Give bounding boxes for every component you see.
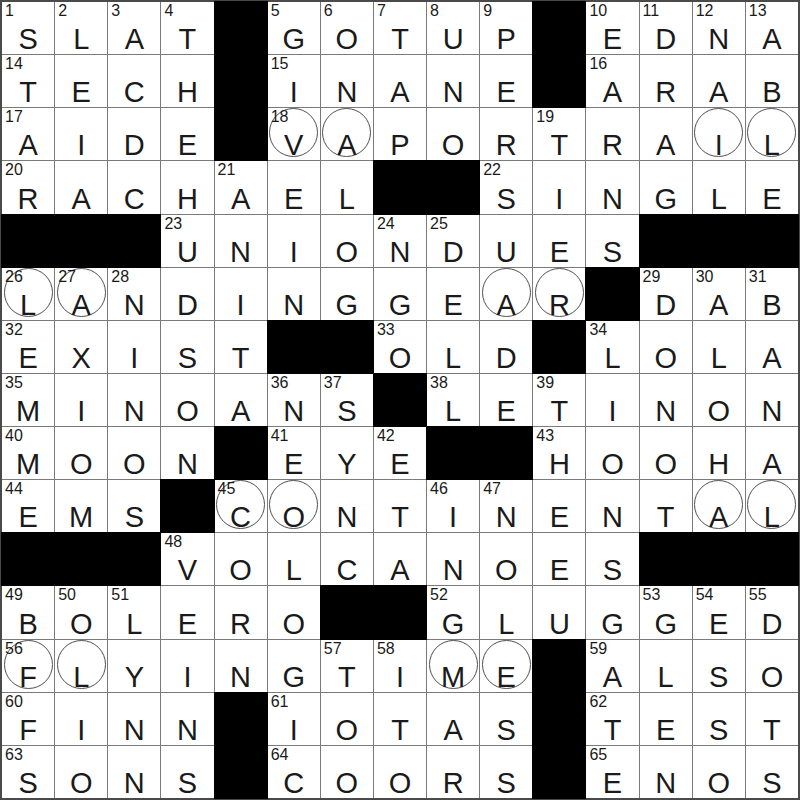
cell-r4c12[interactable]: N (586, 161, 638, 213)
cell-r15c6[interactable]: 64C (268, 746, 320, 798)
black-cell-r1c5 (215, 2, 267, 54)
cell-r8c2[interactable]: I (55, 374, 107, 426)
cell-letter: A (2, 131, 54, 160)
cell-letter: M (2, 450, 54, 479)
cell-r15c3[interactable]: N (108, 746, 160, 798)
cell-r4c5[interactable]: 21A (215, 161, 267, 213)
black-cell-r11c13 (640, 533, 692, 585)
cell-r9c11[interactable]: 43H (533, 427, 585, 479)
cell-r7c15[interactable]: A (746, 321, 798, 373)
cell-r5c10[interactable]: U (480, 215, 532, 267)
cell-r15c13[interactable]: N (640, 746, 692, 798)
cell-r3c9[interactable]: O (427, 108, 479, 160)
cell-r8c9[interactable]: 38L (427, 374, 479, 426)
cell-letter: S (480, 769, 532, 798)
cell-r9c13[interactable]: O (640, 427, 692, 479)
cell-r5c4[interactable]: 23U (161, 215, 213, 267)
cell-letter: R (533, 291, 585, 320)
cell-number: 26 (5, 268, 23, 286)
cell-r13c15[interactable]: O (746, 640, 798, 692)
cell-r9c1[interactable]: 40M (2, 427, 54, 479)
cell-r8c13[interactable]: N (640, 374, 692, 426)
cell-letter: A (586, 78, 638, 107)
cell-r2c10[interactable]: E (480, 55, 532, 107)
cell-r12c2[interactable]: 50O (55, 586, 107, 638)
cell-r3c15[interactable]: L (746, 108, 798, 160)
cell-r4c4[interactable]: H (161, 161, 213, 213)
cell-r7c4[interactable]: S (161, 321, 213, 373)
cell-r11c5[interactable]: O (215, 533, 267, 585)
cell-letter: T (374, 503, 426, 532)
cell-letter: A (215, 185, 267, 214)
cell-r14c13[interactable]: E (640, 693, 692, 745)
cell-r6c4[interactable]: D (161, 268, 213, 320)
cell-number: 9 (483, 2, 492, 20)
cell-r10c11[interactable]: E (533, 480, 585, 532)
black-cell-r1c11 (533, 2, 585, 54)
cell-r12c12[interactable]: G (586, 586, 638, 638)
cell-number: 5 (271, 2, 280, 20)
cell-r13c12[interactable]: 59A (586, 640, 638, 692)
cell-r13c13[interactable]: L (640, 640, 692, 692)
cell-number: 30 (696, 268, 714, 286)
cell-r4c13[interactable]: G (640, 161, 692, 213)
cell-letter: G (640, 185, 692, 214)
cell-number: 57 (324, 640, 342, 658)
cell-r14c1[interactable]: 60F (2, 693, 54, 745)
cell-r10c14[interactable]: A (693, 480, 745, 532)
cell-number: 36 (271, 374, 289, 392)
cell-r2c13[interactable]: R (640, 55, 692, 107)
black-cell-r11c3 (108, 533, 160, 585)
cell-r5c11[interactable]: E (533, 215, 585, 267)
cell-r3c12[interactable]: R (586, 108, 638, 160)
cell-letter: T (533, 131, 585, 160)
cell-letter: E (480, 663, 532, 692)
cell-r3c2[interactable]: I (55, 108, 107, 160)
cell-r4c15[interactable]: E (746, 161, 798, 213)
cell-r1c1[interactable]: 1S (2, 2, 54, 54)
cell-letter: O (374, 344, 426, 373)
cell-r3c8[interactable]: P (374, 108, 426, 160)
cell-r7c9[interactable]: L (427, 321, 479, 373)
cell-letter: R (427, 769, 479, 798)
cell-number: 25 (430, 215, 448, 233)
cell-r13c10[interactable]: E (480, 640, 532, 692)
cell-r13c8[interactable]: 58I (374, 640, 426, 692)
cell-r4c2[interactable]: A (55, 161, 107, 213)
cell-r1c3[interactable]: 3A (108, 2, 160, 54)
black-cell-r7c11 (533, 321, 585, 373)
cell-r13c7[interactable]: 57T (321, 640, 373, 692)
cell-number: 27 (58, 268, 76, 286)
cell-letter: O (321, 238, 373, 267)
cell-r15c7[interactable]: O (321, 746, 373, 798)
cell-r6c3[interactable]: 28N (108, 268, 160, 320)
cell-r12c3[interactable]: 51L (108, 586, 160, 638)
cell-letter: N (427, 78, 479, 107)
cell-r8c3[interactable]: N (108, 374, 160, 426)
cell-r12c5[interactable]: R (215, 586, 267, 638)
cell-r7c10[interactable]: D (480, 321, 532, 373)
cell-r13c2[interactable]: L (55, 640, 107, 692)
cell-r7c13[interactable]: O (640, 321, 692, 373)
cell-r13c6[interactable]: G (268, 640, 320, 692)
cell-r14c8[interactable]: T (374, 693, 426, 745)
cell-number: 29 (643, 268, 661, 286)
cell-number: 7 (377, 2, 386, 20)
cell-r12c4[interactable]: E (161, 586, 213, 638)
cell-r14c14[interactable]: S (693, 693, 745, 745)
cell-r12c6[interactable]: O (268, 586, 320, 638)
black-cell-r5c13 (640, 215, 692, 267)
cell-r5c6[interactable]: I (268, 215, 320, 267)
cell-r12c11[interactable]: U (533, 586, 585, 638)
cell-r4c6[interactable]: E (268, 161, 320, 213)
cell-r3c10[interactable]: R (480, 108, 532, 160)
cell-r5c12[interactable]: S (586, 215, 638, 267)
black-cell-r11c2 (55, 533, 107, 585)
cell-r11c12[interactable]: S (586, 533, 638, 585)
cell-r10c8[interactable]: T (374, 480, 426, 532)
cell-r1c8[interactable]: 7T (374, 2, 426, 54)
cell-number: 46 (430, 480, 448, 498)
cell-letter: N (268, 397, 320, 426)
cell-r7c2[interactable]: X (55, 321, 107, 373)
cell-r2c2[interactable]: E (55, 55, 107, 107)
cell-r4c14[interactable]: L (693, 161, 745, 213)
cell-r10c3[interactable]: S (108, 480, 160, 532)
cell-r1c9[interactable]: 8U (427, 2, 479, 54)
cell-letter: L (427, 397, 479, 426)
cell-r14c2[interactable]: I (55, 693, 107, 745)
cell-letter: U (161, 238, 213, 267)
cell-letter: O (693, 397, 745, 426)
cell-r8c10[interactable]: E (480, 374, 532, 426)
cell-r14c3[interactable]: N (108, 693, 160, 745)
cell-letter: N (640, 397, 692, 426)
cell-letter: G (427, 610, 479, 639)
cell-letter: L (2, 291, 54, 320)
cell-r8c15[interactable]: N (746, 374, 798, 426)
cell-r4c10[interactable]: 22S (480, 161, 532, 213)
cell-r5c8[interactable]: 24N (374, 215, 426, 267)
cell-r1c13[interactable]: 11D (640, 2, 692, 54)
cell-r6c9[interactable]: E (427, 268, 479, 320)
cell-r15c8[interactable]: O (374, 746, 426, 798)
cell-r14c15[interactable]: T (746, 693, 798, 745)
cell-r8c14[interactable]: O (693, 374, 745, 426)
cell-r6c6[interactable]: N (268, 268, 320, 320)
cell-r2c15[interactable]: B (746, 55, 798, 107)
cell-r2c4[interactable]: H (161, 55, 213, 107)
cell-r1c7[interactable]: 6O (321, 2, 373, 54)
cell-r15c4[interactable]: S (161, 746, 213, 798)
cell-r3c11[interactable]: 19T (533, 108, 585, 160)
cell-letter: E (586, 25, 638, 54)
cell-r6c15[interactable]: 31B (746, 268, 798, 320)
cell-r15c1[interactable]: 63S (2, 746, 54, 798)
cell-r12c9[interactable]: 52G (427, 586, 479, 638)
black-cell-r2c5 (215, 55, 267, 107)
cell-r4c11[interactable]: I (533, 161, 585, 213)
cell-letter: L (693, 344, 745, 373)
cell-r7c8[interactable]: 33O (374, 321, 426, 373)
cell-r8c11[interactable]: 39T (533, 374, 585, 426)
cell-r9c3[interactable]: O (108, 427, 160, 479)
cell-r9c2[interactable]: O (55, 427, 107, 479)
cell-r1c6[interactable]: 5G (268, 2, 320, 54)
cell-letter: A (480, 291, 532, 320)
cell-letter: S (586, 238, 638, 267)
cell-r12c14[interactable]: 54E (693, 586, 745, 638)
cell-r1c12[interactable]: 10E (586, 2, 638, 54)
black-cell-r14c11 (533, 693, 585, 745)
cell-r11c7[interactable]: C (321, 533, 373, 585)
cell-r8c12[interactable]: I (586, 374, 638, 426)
cell-r6c13[interactable]: 29D (640, 268, 692, 320)
cell-letter: T (374, 716, 426, 745)
cell-letter: O (55, 610, 107, 639)
cell-letter: Y (321, 450, 373, 479)
cell-r10c12[interactable]: N (586, 480, 638, 532)
cell-r7c3[interactable]: I (108, 321, 160, 373)
cell-r10c15[interactable]: L (746, 480, 798, 532)
cell-r11c11[interactable]: E (533, 533, 585, 585)
cell-r2c12[interactable]: 16A (586, 55, 638, 107)
cell-r2c14[interactable]: A (693, 55, 745, 107)
cell-letter: B (746, 291, 798, 320)
cell-r10c1[interactable]: 44E (2, 480, 54, 532)
cell-r14c7[interactable]: O (321, 693, 373, 745)
cell-letter: R (2, 185, 54, 214)
cell-r9c6[interactable]: 41E (268, 427, 320, 479)
cell-r2c6[interactable]: 15I (268, 55, 320, 107)
black-cell-r7c7 (321, 321, 373, 373)
black-cell-r11c14 (693, 533, 745, 585)
cell-r7c5[interactable]: T (215, 321, 267, 373)
cell-r9c7[interactable]: Y (321, 427, 373, 479)
cell-r12c1[interactable]: 49B (2, 586, 54, 638)
cell-number: 44 (5, 480, 23, 498)
cell-letter: G (374, 291, 426, 320)
cell-r7c1[interactable]: 32E (2, 321, 54, 373)
cell-r8c5[interactable]: A (215, 374, 267, 426)
cell-r14c4[interactable]: N (161, 693, 213, 745)
cell-number: 51 (111, 586, 129, 604)
cell-number: 2 (58, 2, 67, 20)
cell-letter: O (640, 344, 692, 373)
cell-letter: E (2, 344, 54, 373)
cell-r3c6[interactable]: 18V (268, 108, 320, 160)
cell-r6c2[interactable]: 27A (55, 268, 107, 320)
cell-r3c7[interactable]: A (321, 108, 373, 160)
cell-r10c2[interactable]: M (55, 480, 107, 532)
cell-r13c3[interactable]: Y (108, 640, 160, 692)
cell-letter: O (55, 450, 107, 479)
cell-r15c2[interactable]: O (55, 746, 107, 798)
cell-r13c4[interactable]: I (161, 640, 213, 692)
cell-r2c3[interactable]: C (108, 55, 160, 107)
cell-r8c4[interactable]: O (161, 374, 213, 426)
cell-r12c15[interactable]: 55D (746, 586, 798, 638)
cell-r6c11[interactable]: R (533, 268, 585, 320)
cell-letter: N (215, 663, 267, 692)
cell-number: 21 (218, 161, 236, 179)
cell-letter: X (55, 344, 107, 373)
cell-r11c8[interactable]: A (374, 533, 426, 585)
cell-letter: A (374, 556, 426, 585)
cell-r4c7[interactable]: L (321, 161, 373, 213)
cell-letter: R (480, 131, 532, 160)
cell-r11c6[interactable]: L (268, 533, 320, 585)
cell-r14c9[interactable]: A (427, 693, 479, 745)
cell-letter: E (161, 610, 213, 639)
cell-letter: E (586, 769, 638, 798)
cell-r13c5[interactable]: N (215, 640, 267, 692)
cell-number: 45 (218, 480, 236, 498)
cell-r8c6[interactable]: 36N (268, 374, 320, 426)
cell-r3c3[interactable]: D (108, 108, 160, 160)
cell-r8c1[interactable]: 35M (2, 374, 54, 426)
black-cell-r5c15 (746, 215, 798, 267)
cell-r10c6[interactable]: O (268, 480, 320, 532)
cell-letter: O (268, 610, 320, 639)
cell-r15c9[interactable]: R (427, 746, 479, 798)
cell-r9c8[interactable]: 42E (374, 427, 426, 479)
cell-r6c5[interactable]: I (215, 268, 267, 320)
cell-r1c4[interactable]: 4T (161, 2, 213, 54)
cell-r13c1[interactable]: 56F (2, 640, 54, 692)
cell-r5c9[interactable]: 25D (427, 215, 479, 267)
cell-letter: I (55, 131, 107, 160)
cell-r13c9[interactable]: M (427, 640, 479, 692)
cell-r6c7[interactable]: G (321, 268, 373, 320)
black-cell-r15c5 (215, 746, 267, 798)
cell-letter: I (693, 131, 745, 160)
cell-r1c15[interactable]: 13A (746, 2, 798, 54)
cell-r10c5[interactable]: 45C (215, 480, 267, 532)
cell-r11c4[interactable]: 48V (161, 533, 213, 585)
cell-letter: O (268, 503, 320, 532)
cell-letter: B (2, 610, 54, 639)
cell-r8c7[interactable]: 37S (321, 374, 373, 426)
cell-r10c7[interactable]: N (321, 480, 373, 532)
cell-letter: L (55, 25, 107, 54)
cell-r2c8[interactable]: A (374, 55, 426, 107)
cell-letter: L (693, 185, 745, 214)
cell-number: 20 (5, 161, 23, 179)
cell-letter: L (586, 344, 638, 373)
cell-letter: H (161, 185, 213, 214)
cell-r10c9[interactable]: 46I (427, 480, 479, 532)
cell-r6c1[interactable]: 26L (2, 268, 54, 320)
cell-r1c10[interactable]: 9P (480, 2, 532, 54)
cell-letter: I (586, 397, 638, 426)
cell-r6c14[interactable]: 30A (693, 268, 745, 320)
cell-letter: E (268, 450, 320, 479)
cell-r9c15[interactable]: A (746, 427, 798, 479)
cell-number: 55 (749, 586, 767, 604)
cell-r14c12[interactable]: 62T (586, 693, 638, 745)
cell-letter: E (2, 503, 54, 532)
cell-r3c4[interactable]: E (161, 108, 213, 160)
cell-letter: O (746, 663, 798, 692)
cell-letter: T (640, 503, 692, 532)
cell-r1c14[interactable]: 12N (693, 2, 745, 54)
cell-letter: L (108, 610, 160, 639)
cell-r11c10[interactable]: O (480, 533, 532, 585)
cell-letter: R (586, 131, 638, 160)
cell-letter: V (161, 556, 213, 585)
cell-letter: U (427, 25, 479, 54)
cell-letter: F (2, 663, 54, 692)
cell-r4c3[interactable]: C (108, 161, 160, 213)
cell-r15c14[interactable]: O (693, 746, 745, 798)
cell-r6c10[interactable]: A (480, 268, 532, 320)
black-cell-r5c14 (693, 215, 745, 267)
cell-r15c12[interactable]: 65E (586, 746, 638, 798)
cell-r3c1[interactable]: 17A (2, 108, 54, 160)
cell-number: 22 (483, 161, 501, 179)
cell-r12c10[interactable]: L (480, 586, 532, 638)
cell-letter: O (640, 450, 692, 479)
cell-letter: N (640, 769, 692, 798)
cell-r1c2[interactable]: 2L (55, 2, 107, 54)
cell-letter: A (108, 25, 160, 54)
cell-number: 41 (271, 427, 289, 445)
cell-r7c12[interactable]: 34L (586, 321, 638, 373)
cell-letter: M (2, 397, 54, 426)
cell-r9c12[interactable]: O (586, 427, 638, 479)
cell-r3c14[interactable]: I (693, 108, 745, 160)
black-cell-r13c11 (533, 640, 585, 692)
cell-r2c9[interactable]: N (427, 55, 479, 107)
cell-r14c6[interactable]: 61I (268, 693, 320, 745)
cell-letter: O (321, 769, 373, 798)
cell-letter: D (161, 291, 213, 320)
cell-r3c13[interactable]: A (640, 108, 692, 160)
cell-letter: O (108, 450, 160, 479)
cell-letter: T (533, 397, 585, 426)
cell-r5c7[interactable]: O (321, 215, 373, 267)
cell-r10c13[interactable]: T (640, 480, 692, 532)
cell-letter: D (108, 131, 160, 160)
cell-r14c10[interactable]: S (480, 693, 532, 745)
cell-r9c14[interactable]: H (693, 427, 745, 479)
cell-letter: V (268, 131, 320, 160)
black-cell-r12c8 (374, 586, 426, 638)
cell-r4c1[interactable]: 20R (2, 161, 54, 213)
cell-r7c14[interactable]: L (693, 321, 745, 373)
cell-r6c8[interactable]: G (374, 268, 426, 320)
cell-letter: Y (108, 663, 160, 692)
cell-r11c9[interactable]: N (427, 533, 479, 585)
cell-letter: G (268, 663, 320, 692)
cell-r2c1[interactable]: 14T (2, 55, 54, 107)
cell-letter: L (321, 185, 373, 214)
cell-letter: A (746, 344, 798, 373)
cell-letter: N (108, 716, 160, 745)
cell-r2c7[interactable]: N (321, 55, 373, 107)
cell-r12c13[interactable]: 53G (640, 586, 692, 638)
cell-r10c10[interactable]: 47N (480, 480, 532, 532)
cell-r5c5[interactable]: N (215, 215, 267, 267)
cell-r13c14[interactable]: S (693, 640, 745, 692)
cell-r15c10[interactable]: S (480, 746, 532, 798)
cell-r9c4[interactable]: N (161, 427, 213, 479)
cell-r15c15[interactable]: S (746, 746, 798, 798)
